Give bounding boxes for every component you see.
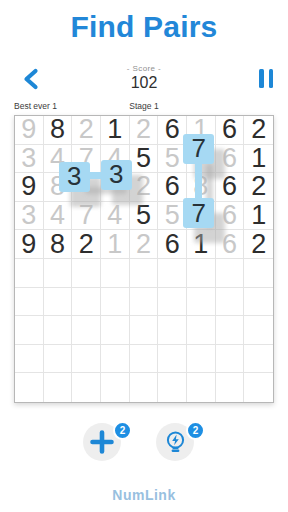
grid-cell xyxy=(44,316,73,345)
grid-cell[interactable]: 2 xyxy=(130,173,159,202)
cell-number: 6 xyxy=(165,173,180,200)
cell-number: 2 xyxy=(251,231,266,258)
cell-number: 7 xyxy=(79,202,94,229)
cell-number: 4 xyxy=(107,202,122,229)
grid-cell xyxy=(72,316,101,345)
cell-number: 6 xyxy=(222,202,237,229)
grid-cell[interactable]: 6 xyxy=(216,145,245,174)
grid-cell xyxy=(72,288,101,317)
grid-cell xyxy=(187,373,216,402)
cell-number: 4 xyxy=(50,202,65,229)
grid-cell[interactable]: 3 xyxy=(15,202,44,231)
grid-cell[interactable]: 5 xyxy=(130,202,159,231)
grid-cell[interactable]: 9 xyxy=(15,230,44,259)
grid-cell xyxy=(187,288,216,317)
grid-cell xyxy=(72,259,101,288)
cell-number: 6 xyxy=(222,231,237,258)
pause-button[interactable] xyxy=(259,69,273,88)
grid-cells: 9821261623474556198268623474556198212616… xyxy=(15,116,273,402)
grid-cell[interactable]: 4 xyxy=(101,202,130,231)
pause-icon xyxy=(259,69,264,88)
score-display: - Score - 102 xyxy=(0,64,288,92)
grid-cell[interactable]: 2 xyxy=(244,230,273,259)
grid-cell xyxy=(244,373,273,402)
grid-cell xyxy=(15,259,44,288)
grid-cell xyxy=(101,373,130,402)
cell-number: 1 xyxy=(107,231,122,258)
cell-number: 9 xyxy=(21,231,36,258)
cell-number: 6 xyxy=(222,173,237,200)
grid-cell xyxy=(101,288,130,317)
grid-cell xyxy=(216,316,245,345)
grid-cell xyxy=(244,259,273,288)
grid-cell xyxy=(130,373,159,402)
grid-cell xyxy=(158,259,187,288)
cell-number: 5 xyxy=(136,202,151,229)
grid-cell[interactable]: 9 xyxy=(15,116,44,145)
cell-number: 2 xyxy=(251,116,266,143)
grid-cell xyxy=(44,288,73,317)
grid-cell[interactable]: 2 xyxy=(130,230,159,259)
grid-cell xyxy=(216,373,245,402)
grid-cell xyxy=(44,373,73,402)
grid-cell[interactable]: 1 xyxy=(244,202,273,231)
cell-number: 6 xyxy=(222,145,237,172)
grid-cell xyxy=(244,316,273,345)
cell-number: 2 xyxy=(136,173,151,200)
grid-cell xyxy=(72,345,101,374)
grid-cell xyxy=(158,345,187,374)
grid-cell xyxy=(15,288,44,317)
grid-cell[interactable]: 1 xyxy=(187,230,216,259)
add-count-badge: 2 xyxy=(113,421,132,440)
hint-count-badge: 2 xyxy=(186,421,205,440)
cell-number: 2 xyxy=(136,116,151,143)
grid-cell xyxy=(44,345,73,374)
plus-icon xyxy=(89,429,115,455)
grid-cell[interactable]: 1 xyxy=(244,145,273,174)
cell-number: 2 xyxy=(136,231,151,258)
grid-cell[interactable]: 9 xyxy=(15,173,44,202)
app-logo: NumLink xyxy=(0,487,288,503)
pause-icon xyxy=(269,69,274,88)
cell-number: 9 xyxy=(21,116,36,143)
page-title: Find Pairs xyxy=(0,10,288,44)
grid-cell xyxy=(158,316,187,345)
grid-cell xyxy=(216,345,245,374)
grid-cell xyxy=(15,345,44,374)
cell-number: 2 xyxy=(79,231,94,258)
cell-number: 5 xyxy=(165,202,180,229)
cell-number: 9 xyxy=(21,173,36,200)
grid-cell xyxy=(158,373,187,402)
cell-number: 8 xyxy=(50,231,65,258)
grid-cell[interactable]: 8 xyxy=(44,230,73,259)
hint-button[interactable]: 2 xyxy=(156,423,194,461)
grid-cell[interactable]: 6 xyxy=(216,230,245,259)
grid-cell[interactable]: 7 xyxy=(72,202,101,231)
grid-cell[interactable]: 1 xyxy=(101,116,130,145)
cell-number: 5 xyxy=(136,145,151,172)
grid-cell[interactable]: 2 xyxy=(244,116,273,145)
grid-cell xyxy=(72,373,101,402)
grid-cell[interactable]: 6 xyxy=(158,173,187,202)
grid-cell xyxy=(130,316,159,345)
lightbulb-icon xyxy=(162,429,189,456)
grid-cell xyxy=(187,259,216,288)
grid-cell xyxy=(216,288,245,317)
cell-number: 1 xyxy=(251,145,266,172)
cell-number: 2 xyxy=(251,173,266,200)
score-label: - Score - xyxy=(0,64,288,73)
cell-number: 8 xyxy=(50,116,65,143)
cell-number: 3 xyxy=(21,202,36,229)
grid-cell[interactable]: 2 xyxy=(130,116,159,145)
grid-cell[interactable]: 4 xyxy=(44,202,73,231)
grid-cell[interactable]: 8 xyxy=(44,116,73,145)
grid-cell[interactable]: 6 xyxy=(216,173,245,202)
cell-number: 1 xyxy=(193,231,208,258)
cell-number: 3 xyxy=(21,145,36,172)
selected-tile[interactable]: 3 xyxy=(101,160,132,190)
cell-number: 8 xyxy=(193,173,208,200)
score-value: 102 xyxy=(0,74,288,92)
cell-number: 6 xyxy=(165,231,180,258)
grid-cell xyxy=(130,288,159,317)
grid-cell[interactable]: 6 xyxy=(158,230,187,259)
grid-cell xyxy=(187,345,216,374)
grid-cell xyxy=(130,259,159,288)
grid-cell[interactable]: 5 xyxy=(130,145,159,174)
grid-cell xyxy=(101,316,130,345)
grid-cell[interactable]: 2 xyxy=(72,230,101,259)
cell-number: 2 xyxy=(79,116,94,143)
cell-number: 6 xyxy=(222,116,237,143)
cell-number: 1 xyxy=(251,202,266,229)
grid-cell xyxy=(216,259,245,288)
grid-cell xyxy=(130,345,159,374)
cell-number: 5 xyxy=(165,145,180,172)
grid-cell xyxy=(244,345,273,374)
game-screen: Find Pairs - Score - 102 Best ever 1 Sta… xyxy=(0,0,288,512)
selected-tile[interactable]: 3 xyxy=(59,162,90,192)
grid-cell[interactable]: 3 xyxy=(15,145,44,174)
grid-cell xyxy=(101,345,130,374)
game-board: 9821261623474556198268623474556198212616… xyxy=(14,115,274,403)
grid-cell[interactable]: 1 xyxy=(101,230,130,259)
grid-cell[interactable]: 6 xyxy=(216,202,245,231)
grid-cell xyxy=(44,259,73,288)
grid-cell xyxy=(15,373,44,402)
cell-number: 6 xyxy=(165,116,180,143)
grid-cell[interactable]: 2 xyxy=(244,173,273,202)
grid-cell xyxy=(244,288,273,317)
grid-cell[interactable]: 6 xyxy=(216,116,245,145)
selected-tile[interactable]: 7 xyxy=(183,198,214,228)
add-numbers-button[interactable]: 2 xyxy=(83,423,121,461)
grid-cell xyxy=(101,259,130,288)
grid-cell[interactable]: 2 xyxy=(72,116,101,145)
selected-tile[interactable]: 7 xyxy=(183,134,214,164)
grid-cell xyxy=(15,316,44,345)
stage-label: Stage 1 xyxy=(0,101,288,111)
grid-cell xyxy=(158,288,187,317)
cell-number: 1 xyxy=(107,116,122,143)
grid-cell xyxy=(187,316,216,345)
